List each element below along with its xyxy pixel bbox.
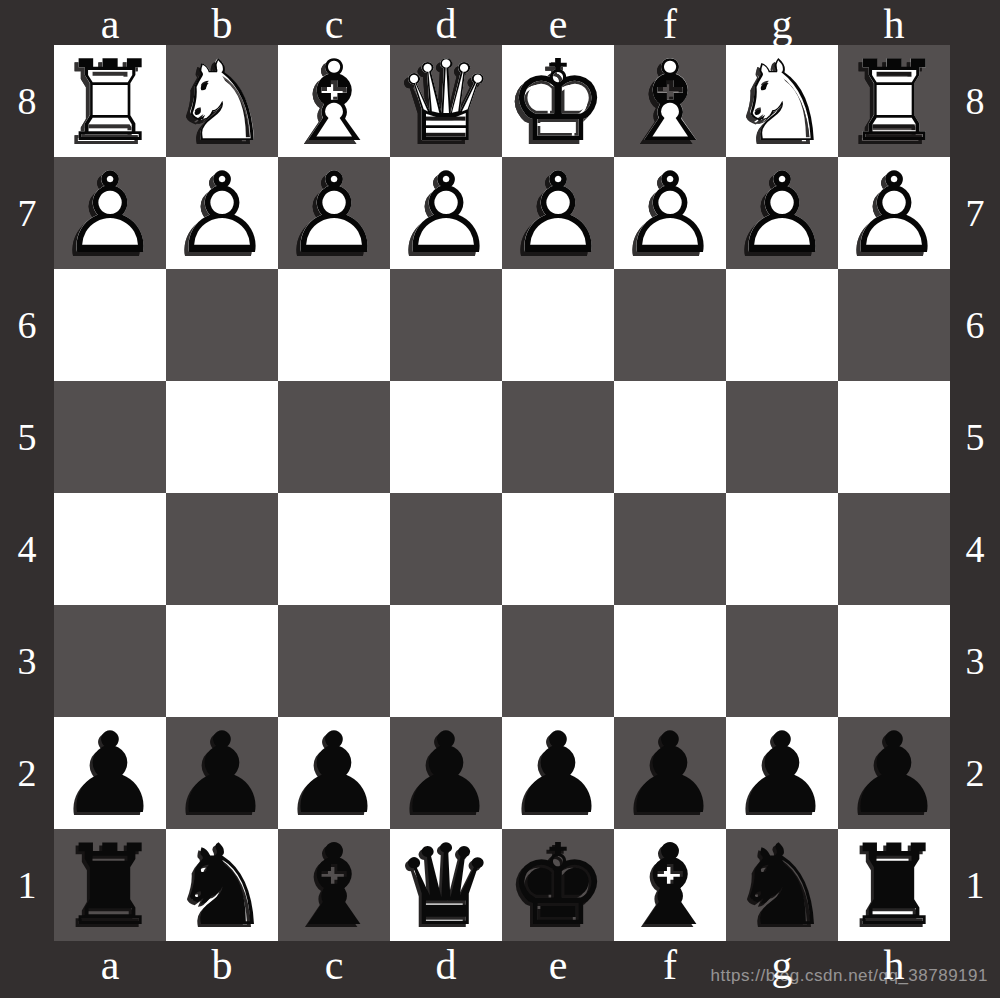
square-e2[interactable]: ♟	[502, 717, 614, 829]
rank-label-3: 3	[950, 605, 1000, 717]
square-h8[interactable]: ♜♖	[838, 45, 950, 157]
black-piece-glyph: ♟	[726, 717, 838, 829]
square-g6[interactable]	[726, 269, 838, 381]
square-a5[interactable]	[54, 381, 166, 493]
white-piece-outline: ♖	[838, 45, 950, 157]
square-h6[interactable]	[838, 269, 950, 381]
square-g8[interactable]: ♞♘	[726, 45, 838, 157]
square-b7[interactable]: ♟♙	[166, 157, 278, 269]
piece-white-knight-b8: ♞♘	[166, 45, 278, 157]
rank-labels-right: 87654321	[950, 45, 1000, 941]
rank-label-8: 8	[0, 45, 54, 157]
square-c4[interactable]	[278, 493, 390, 605]
square-e7[interactable]: ♟♙	[502, 157, 614, 269]
square-d6[interactable]	[390, 269, 502, 381]
black-piece-glyph: ♛	[390, 829, 502, 941]
square-a3[interactable]	[54, 605, 166, 717]
piece-black-knight-b1: ♞	[166, 829, 278, 941]
white-piece-outline: ♙	[390, 157, 502, 269]
black-piece-glyph: ♟	[166, 717, 278, 829]
square-e6[interactable]	[502, 269, 614, 381]
square-g3[interactable]	[726, 605, 838, 717]
file-label-d: d	[390, 937, 502, 992]
square-g4[interactable]	[726, 493, 838, 605]
file-label-f: f	[614, 937, 726, 992]
square-b5[interactable]	[166, 381, 278, 493]
square-d4[interactable]	[390, 493, 502, 605]
square-c1[interactable]: ♝	[278, 829, 390, 941]
white-piece-outline: ♘	[726, 45, 838, 157]
piece-black-bishop-c1: ♝	[278, 829, 390, 941]
square-h7[interactable]: ♟♙	[838, 157, 950, 269]
square-e8[interactable]: ♚♔	[502, 45, 614, 157]
white-piece-outline: ♙	[166, 157, 278, 269]
piece-white-pawn-b7: ♟♙	[166, 157, 278, 269]
square-c7[interactable]: ♟♙	[278, 157, 390, 269]
black-piece-glyph: ♟	[614, 717, 726, 829]
piece-white-rook-a8: ♜♖	[54, 45, 166, 157]
white-piece-outline: ♗	[614, 45, 726, 157]
chessboard-frame: abcdefgh 87654321 ♜♖♞♘♝♗♛♕♚♔♝♗♞♘♜♖♟♙♟♙♟♙…	[0, 0, 1000, 998]
piece-black-pawn-d2: ♟	[390, 717, 502, 829]
piece-black-pawn-a2: ♟	[54, 717, 166, 829]
square-a1[interactable]: ♜	[54, 829, 166, 941]
square-h1[interactable]: ♜	[838, 829, 950, 941]
white-piece-outline: ♙	[278, 157, 390, 269]
white-piece-outline: ♗	[278, 45, 390, 157]
square-f5[interactable]	[614, 381, 726, 493]
black-piece-glyph: ♟	[390, 717, 502, 829]
rank-label-7: 7	[0, 157, 54, 269]
rank-label-6: 6	[950, 269, 1000, 381]
piece-black-knight-g1: ♞	[726, 829, 838, 941]
square-a4[interactable]	[54, 493, 166, 605]
square-f3[interactable]	[614, 605, 726, 717]
square-c3[interactable]	[278, 605, 390, 717]
white-piece-outline: ♙	[726, 157, 838, 269]
white-piece-outline: ♙	[54, 157, 166, 269]
piece-white-bishop-c8: ♝♗	[278, 45, 390, 157]
piece-white-king-e8: ♚♔	[502, 45, 614, 157]
piece-white-pawn-a7: ♟♙	[54, 157, 166, 269]
file-label-b: b	[166, 937, 278, 992]
piece-black-pawn-f2: ♟	[614, 717, 726, 829]
square-g7[interactable]: ♟♙	[726, 157, 838, 269]
rank-label-1: 1	[950, 829, 1000, 941]
white-piece-outline: ♘	[166, 45, 278, 157]
square-f4[interactable]	[614, 493, 726, 605]
black-piece-glyph: ♜	[54, 829, 166, 941]
piece-black-pawn-c2: ♟	[278, 717, 390, 829]
square-d3[interactable]	[390, 605, 502, 717]
square-e3[interactable]	[502, 605, 614, 717]
piece-black-queen-d1: ♛	[390, 829, 502, 941]
square-d7[interactable]: ♟♙	[390, 157, 502, 269]
black-piece-glyph: ♟	[278, 717, 390, 829]
square-f2[interactable]: ♟	[614, 717, 726, 829]
rank-label-5: 5	[950, 381, 1000, 493]
black-piece-glyph: ♟	[502, 717, 614, 829]
piece-black-pawn-b2: ♟	[166, 717, 278, 829]
square-e1[interactable]: ♚	[502, 829, 614, 941]
square-f6[interactable]	[614, 269, 726, 381]
square-f7[interactable]: ♟♙	[614, 157, 726, 269]
square-c6[interactable]	[278, 269, 390, 381]
piece-black-rook-a1: ♜	[54, 829, 166, 941]
file-label-c: c	[278, 937, 390, 992]
black-piece-glyph: ♞	[726, 829, 838, 941]
rank-label-2: 2	[0, 717, 54, 829]
file-label-a: a	[54, 937, 166, 992]
piece-white-pawn-d7: ♟♙	[390, 157, 502, 269]
white-piece-outline: ♙	[838, 157, 950, 269]
square-a6[interactable]	[54, 269, 166, 381]
rank-label-1: 1	[0, 829, 54, 941]
black-piece-glyph: ♝	[278, 829, 390, 941]
piece-white-pawn-g7: ♟♙	[726, 157, 838, 269]
piece-black-pawn-h2: ♟	[838, 717, 950, 829]
rank-label-3: 3	[0, 605, 54, 717]
square-a8[interactable]: ♜♖	[54, 45, 166, 157]
rank-label-6: 6	[0, 269, 54, 381]
rank-label-4: 4	[0, 493, 54, 605]
white-piece-outline: ♖	[54, 45, 166, 157]
square-b6[interactable]	[166, 269, 278, 381]
square-d1[interactable]: ♛	[390, 829, 502, 941]
black-piece-glyph: ♞	[166, 829, 278, 941]
white-piece-outline: ♔	[502, 45, 614, 157]
square-a2[interactable]: ♟	[54, 717, 166, 829]
rank-label-4: 4	[950, 493, 1000, 605]
piece-black-king-e1: ♚	[502, 829, 614, 941]
square-h2[interactable]: ♟	[838, 717, 950, 829]
square-a7[interactable]: ♟♙	[54, 157, 166, 269]
watermark-text: https://blog.csdn.net/qq_38789191	[711, 966, 988, 986]
square-e4[interactable]	[502, 493, 614, 605]
square-b3[interactable]	[166, 605, 278, 717]
rank-label-8: 8	[950, 45, 1000, 157]
black-piece-glyph: ♝	[614, 829, 726, 941]
piece-white-pawn-c7: ♟♙	[278, 157, 390, 269]
piece-white-bishop-f8: ♝♗	[614, 45, 726, 157]
piece-black-pawn-g2: ♟	[726, 717, 838, 829]
chess-board: ♜♖♞♘♝♗♛♕♚♔♝♗♞♘♜♖♟♙♟♙♟♙♟♙♟♙♟♙♟♙♟♙♟♟♟♟♟♟♟♟…	[54, 45, 950, 941]
square-h4[interactable]	[838, 493, 950, 605]
square-b1[interactable]: ♞	[166, 829, 278, 941]
piece-white-knight-g8: ♞♘	[726, 45, 838, 157]
square-d2[interactable]: ♟	[390, 717, 502, 829]
piece-white-pawn-e7: ♟♙	[502, 157, 614, 269]
black-piece-glyph: ♜	[838, 829, 950, 941]
white-piece-outline: ♙	[502, 157, 614, 269]
piece-white-pawn-h7: ♟♙	[838, 157, 950, 269]
square-g5[interactable]	[726, 381, 838, 493]
black-piece-glyph: ♟	[838, 717, 950, 829]
square-c2[interactable]: ♟	[278, 717, 390, 829]
square-b4[interactable]	[166, 493, 278, 605]
square-e5[interactable]	[502, 381, 614, 493]
black-piece-glyph: ♚	[502, 829, 614, 941]
square-f8[interactable]: ♝♗	[614, 45, 726, 157]
rank-label-5: 5	[0, 381, 54, 493]
white-piece-outline: ♕	[390, 45, 502, 157]
white-piece-outline: ♙	[614, 157, 726, 269]
piece-black-pawn-e2: ♟	[502, 717, 614, 829]
square-h5[interactable]	[838, 381, 950, 493]
square-f1[interactable]: ♝	[614, 829, 726, 941]
square-h3[interactable]	[838, 605, 950, 717]
piece-white-rook-h8: ♜♖	[838, 45, 950, 157]
piece-black-bishop-f1: ♝	[614, 829, 726, 941]
square-b8[interactable]: ♞♘	[166, 45, 278, 157]
square-d8[interactable]: ♛♕	[390, 45, 502, 157]
square-b2[interactable]: ♟	[166, 717, 278, 829]
square-c8[interactable]: ♝♗	[278, 45, 390, 157]
rank-label-7: 7	[950, 157, 1000, 269]
piece-white-pawn-f7: ♟♙	[614, 157, 726, 269]
square-g1[interactable]: ♞	[726, 829, 838, 941]
piece-white-queen-d8: ♛♕	[390, 45, 502, 157]
square-d5[interactable]	[390, 381, 502, 493]
square-g2[interactable]: ♟	[726, 717, 838, 829]
rank-label-2: 2	[950, 717, 1000, 829]
black-piece-glyph: ♟	[54, 717, 166, 829]
file-label-e: e	[502, 937, 614, 992]
square-c5[interactable]	[278, 381, 390, 493]
rank-labels-left: 87654321	[0, 45, 54, 941]
piece-black-rook-h1: ♜	[838, 829, 950, 941]
